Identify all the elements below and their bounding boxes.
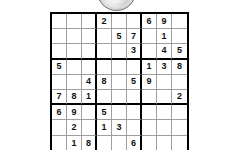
- cell-r8c3-empty[interactable]: [82, 120, 97, 135]
- cell-r7c1-given: 6: [52, 105, 67, 120]
- cell-r7c8-empty[interactable]: [157, 105, 172, 120]
- cell-r3c7-empty[interactable]: [142, 44, 157, 59]
- cell-r1c7-given: 6: [142, 14, 157, 29]
- cell-r7c9-empty[interactable]: [172, 105, 187, 120]
- cell-r1c9-empty[interactable]: [172, 14, 187, 29]
- cell-r3c6-given: 3: [127, 44, 142, 59]
- cell-r6c6-empty[interactable]: [127, 90, 142, 105]
- cell-r3c8-given: 4: [157, 44, 172, 59]
- cell-r5c1-empty[interactable]: [52, 75, 67, 90]
- cell-r9c5-empty[interactable]: [112, 136, 127, 151]
- cell-r5c2-empty[interactable]: [67, 75, 82, 90]
- cell-r2c2-empty[interactable]: [67, 29, 82, 44]
- cell-r4c3-empty[interactable]: [82, 60, 97, 75]
- cell-r2c8-given: 1: [157, 29, 172, 44]
- cell-r4c7-given: 1: [142, 60, 157, 75]
- cell-r8c5-given: 3: [112, 120, 127, 135]
- cell-r2c1-empty[interactable]: [52, 29, 67, 44]
- cell-r7c4-given: 5: [97, 105, 112, 120]
- cell-r7c5-empty[interactable]: [112, 105, 127, 120]
- cell-r4c2-empty[interactable]: [67, 60, 82, 75]
- cell-r9c7-empty[interactable]: [142, 136, 157, 151]
- cell-r3c1-empty[interactable]: [52, 44, 67, 59]
- cell-r5c8-empty[interactable]: [157, 75, 172, 90]
- cell-r5c3-given: 4: [82, 75, 97, 90]
- cell-r5c5-empty[interactable]: [112, 75, 127, 90]
- cell-r9c2-given: 1: [67, 136, 82, 151]
- cell-r9c1-empty[interactable]: [52, 136, 67, 151]
- cell-r9c4-empty[interactable]: [97, 136, 112, 151]
- cell-r4c5-empty[interactable]: [112, 60, 127, 75]
- cell-r8c7-empty[interactable]: [142, 120, 157, 135]
- cell-r4c6-empty[interactable]: [127, 60, 142, 75]
- cell-r9c3-given: 8: [82, 136, 97, 151]
- cell-r1c8-given: 9: [157, 14, 172, 29]
- cell-r6c8-empty[interactable]: [157, 90, 172, 105]
- cell-r1c6-empty[interactable]: [127, 14, 142, 29]
- cell-r8c6-empty[interactable]: [127, 120, 142, 135]
- sudoku-page: 269571345513848597812695213186: [0, 0, 235, 150]
- cell-r7c6-empty[interactable]: [127, 105, 142, 120]
- cell-r4c4-empty[interactable]: [97, 60, 112, 75]
- cell-r1c4-given: 2: [97, 14, 112, 29]
- cell-r9c8-empty[interactable]: [157, 136, 172, 151]
- cell-r7c2-given: 9: [67, 105, 82, 120]
- cell-r2c4-empty[interactable]: [97, 29, 112, 44]
- cell-r1c2-empty[interactable]: [67, 14, 82, 29]
- cell-r8c2-given: 2: [67, 120, 82, 135]
- circular-logo-icon: [97, 0, 136, 11]
- cell-r8c1-empty[interactable]: [52, 120, 67, 135]
- cell-r2c9-empty[interactable]: [172, 29, 187, 44]
- cell-r6c4-empty[interactable]: [97, 90, 112, 105]
- cell-r3c2-empty[interactable]: [67, 44, 82, 59]
- cell-r5c9-empty[interactable]: [172, 75, 187, 90]
- cell-r6c1-given: 7: [52, 90, 67, 105]
- cell-r4c9-given: 8: [172, 60, 187, 75]
- cell-r6c5-empty[interactable]: [112, 90, 127, 105]
- cell-r5c6-given: 5: [127, 75, 142, 90]
- cell-r4c1-given: 5: [52, 60, 67, 75]
- cell-r9c6-given: 6: [127, 136, 142, 151]
- sudoku-board: 269571345513848597812695213186: [50, 12, 189, 150]
- cell-r6c9-given: 2: [172, 90, 187, 105]
- cell-r8c9-empty[interactable]: [172, 120, 187, 135]
- cell-r3c4-empty[interactable]: [97, 44, 112, 59]
- cell-r2c7-empty[interactable]: [142, 29, 157, 44]
- cell-r6c2-given: 8: [67, 90, 82, 105]
- cell-r3c5-empty[interactable]: [112, 44, 127, 59]
- cell-r1c3-empty[interactable]: [82, 14, 97, 29]
- cell-r2c3-empty[interactable]: [82, 29, 97, 44]
- cell-r7c3-empty[interactable]: [82, 105, 97, 120]
- cell-r3c3-empty[interactable]: [82, 44, 97, 59]
- cell-r6c3-given: 1: [82, 90, 97, 105]
- cell-r8c4-given: 1: [97, 120, 112, 135]
- cell-r5c7-given: 9: [142, 75, 157, 90]
- cell-r1c5-empty[interactable]: [112, 14, 127, 29]
- cell-r2c5-given: 5: [112, 29, 127, 44]
- cell-r9c9-empty[interactable]: [172, 136, 187, 151]
- cell-r4c8-given: 3: [157, 60, 172, 75]
- cell-r7c7-empty[interactable]: [142, 105, 157, 120]
- cell-r2c6-given: 7: [127, 29, 142, 44]
- cell-r3c9-given: 5: [172, 44, 187, 59]
- cell-r5c4-given: 8: [97, 75, 112, 90]
- cell-r8c8-empty[interactable]: [157, 120, 172, 135]
- cell-r6c7-empty[interactable]: [142, 90, 157, 105]
- cell-r1c1-empty[interactable]: [52, 14, 67, 29]
